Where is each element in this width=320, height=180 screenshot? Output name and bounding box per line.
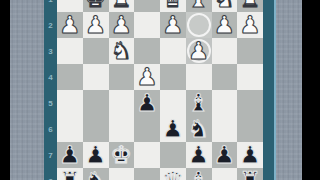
white-pawn[interactable]: ♟ xyxy=(59,12,81,38)
square-b5[interactable] xyxy=(212,90,238,116)
square-e1[interactable] xyxy=(134,0,160,12)
black-bishop[interactable]: ♝ xyxy=(188,90,210,116)
square-b3[interactable] xyxy=(212,38,238,64)
square-c1[interactable]: ♝ xyxy=(186,0,212,12)
square-f7[interactable]: ♚ xyxy=(109,142,135,168)
black-pawn[interactable]: ♟ xyxy=(188,142,210,168)
white-pawn[interactable]: ♟ xyxy=(136,64,158,90)
square-b7[interactable]: ♟ xyxy=(212,142,238,168)
square-g3[interactable] xyxy=(83,38,109,64)
square-e2[interactable] xyxy=(134,12,160,38)
square-d4[interactable] xyxy=(160,64,186,90)
right-texture-margin xyxy=(276,0,302,180)
square-c8[interactable]: ♝ xyxy=(186,168,212,180)
square-d7[interactable] xyxy=(160,142,186,168)
white-pawn[interactable]: ♟ xyxy=(85,12,107,38)
square-c2[interactable] xyxy=(186,12,212,38)
black-knight[interactable]: ♞ xyxy=(188,116,210,142)
square-e6[interactable] xyxy=(134,116,160,142)
left-texture-margin xyxy=(10,0,44,180)
square-f3[interactable]: ♞ xyxy=(109,38,135,64)
rank-labels: 12345678 xyxy=(44,0,57,180)
last-move-from-ring xyxy=(187,13,211,37)
square-b2[interactable]: ♟ xyxy=(212,12,238,38)
square-c5[interactable]: ♝ xyxy=(186,90,212,116)
rank-label-8: 8 xyxy=(44,168,57,180)
square-c3[interactable]: ♟ xyxy=(186,38,212,64)
rank-label-7: 7 xyxy=(44,142,57,168)
square-a3[interactable] xyxy=(237,38,263,64)
square-b8[interactable] xyxy=(212,168,238,180)
square-d2[interactable]: ♟ xyxy=(160,12,186,38)
video-frame: 12345678 ♚♜♛♝♞♜♟♟♟♟♟♟♞♟♟♟♝♟♞♟♟♚♟♟♟♜♞♛♝♜ xyxy=(0,0,320,180)
white-pawn[interactable]: ♟ xyxy=(239,12,261,38)
square-g5[interactable] xyxy=(83,90,109,116)
square-g6[interactable] xyxy=(83,116,109,142)
square-f2[interactable]: ♟ xyxy=(109,12,135,38)
square-a4[interactable] xyxy=(237,64,263,90)
square-d5[interactable] xyxy=(160,90,186,116)
rank-label-3: 3 xyxy=(44,38,57,64)
square-e7[interactable] xyxy=(134,142,160,168)
white-bishop[interactable]: ♝ xyxy=(188,0,210,12)
square-f6[interactable] xyxy=(109,116,135,142)
square-f8[interactable] xyxy=(109,168,135,180)
white-knight[interactable]: ♞ xyxy=(111,38,133,64)
square-h4[interactable] xyxy=(57,64,83,90)
square-e4[interactable]: ♟ xyxy=(134,64,160,90)
board-right-frame xyxy=(263,0,276,180)
square-c4[interactable] xyxy=(186,64,212,90)
rank-label-1: 1 xyxy=(44,0,57,12)
black-pawn[interactable]: ♟ xyxy=(214,142,236,168)
square-a2[interactable]: ♟ xyxy=(237,12,263,38)
rank-label-4: 4 xyxy=(44,64,57,90)
square-g2[interactable]: ♟ xyxy=(83,12,109,38)
black-pawn[interactable]: ♟ xyxy=(59,142,81,168)
white-pawn[interactable]: ♟ xyxy=(162,12,184,38)
square-a6[interactable] xyxy=(237,116,263,142)
white-pawn[interactable]: ♟ xyxy=(214,12,236,38)
rank-label-strip: 12345678 xyxy=(44,0,57,180)
chess-board[interactable]: ♚♜♛♝♞♜♟♟♟♟♟♟♞♟♟♟♝♟♞♟♟♚♟♟♟♜♞♛♝♜ xyxy=(57,0,263,180)
black-rook[interactable]: ♜ xyxy=(59,168,81,180)
white-pawn[interactable]: ♟ xyxy=(111,12,133,38)
square-d6[interactable]: ♟ xyxy=(160,116,186,142)
square-e3[interactable] xyxy=(134,38,160,64)
rank-label-5: 5 xyxy=(44,90,57,116)
square-h3[interactable] xyxy=(57,38,83,64)
black-king[interactable]: ♚ xyxy=(111,142,133,168)
square-d3[interactable] xyxy=(160,38,186,64)
black-bishop[interactable]: ♝ xyxy=(188,168,210,180)
square-b6[interactable] xyxy=(212,116,238,142)
square-g7[interactable]: ♟ xyxy=(83,142,109,168)
square-e8[interactable] xyxy=(134,168,160,180)
square-a8[interactable]: ♜ xyxy=(237,168,263,180)
square-f4[interactable] xyxy=(109,64,135,90)
square-a5[interactable] xyxy=(237,90,263,116)
black-pawn[interactable]: ♟ xyxy=(239,142,261,168)
square-f5[interactable] xyxy=(109,90,135,116)
rank-label-6: 6 xyxy=(44,116,57,142)
black-pawn[interactable]: ♟ xyxy=(162,116,184,142)
square-h8[interactable]: ♜ xyxy=(57,168,83,180)
black-rook[interactable]: ♜ xyxy=(239,168,261,180)
black-queen[interactable]: ♛ xyxy=(162,168,184,180)
square-d8[interactable]: ♛ xyxy=(160,168,186,180)
square-b4[interactable] xyxy=(212,64,238,90)
square-h2[interactable]: ♟ xyxy=(57,12,83,38)
black-pawn[interactable]: ♟ xyxy=(85,142,107,168)
square-e5[interactable]: ♟ xyxy=(134,90,160,116)
square-g4[interactable] xyxy=(83,64,109,90)
square-h6[interactable] xyxy=(57,116,83,142)
square-a7[interactable]: ♟ xyxy=(237,142,263,168)
square-h5[interactable] xyxy=(57,90,83,116)
square-c7[interactable]: ♟ xyxy=(186,142,212,168)
square-h7[interactable]: ♟ xyxy=(57,142,83,168)
square-g8[interactable]: ♞ xyxy=(83,168,109,180)
black-knight[interactable]: ♞ xyxy=(85,168,107,180)
black-pawn[interactable]: ♟ xyxy=(136,90,158,116)
square-c6[interactable]: ♞ xyxy=(186,116,212,142)
rank-label-2: 2 xyxy=(44,12,57,38)
white-pawn[interactable]: ♟ xyxy=(188,38,210,64)
